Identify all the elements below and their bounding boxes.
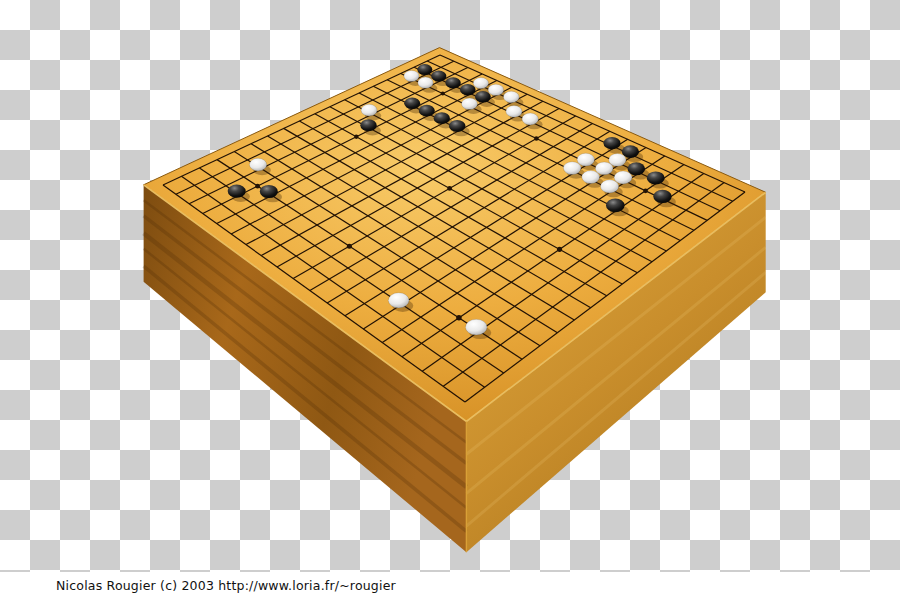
black-stone bbox=[653, 190, 671, 203]
black-stone bbox=[417, 64, 432, 75]
star-point bbox=[255, 184, 260, 189]
star-point bbox=[456, 315, 462, 321]
white-stone bbox=[577, 153, 594, 166]
black-stone bbox=[460, 84, 476, 95]
white-stone bbox=[404, 70, 419, 81]
black-stone bbox=[431, 71, 446, 82]
star-point bbox=[441, 92, 445, 96]
white-stone bbox=[601, 180, 619, 193]
copyright-caption: Nicolas Rougier (c) 2003 http://www.lori… bbox=[56, 572, 396, 600]
white-stone bbox=[361, 104, 377, 116]
black-stone bbox=[360, 119, 376, 131]
black-stone bbox=[260, 185, 278, 198]
white-stone bbox=[473, 78, 488, 89]
black-stone bbox=[434, 112, 450, 124]
goban-3d bbox=[0, 0, 900, 600]
white-stone bbox=[506, 106, 522, 118]
star-point bbox=[347, 244, 352, 249]
black-stone bbox=[606, 199, 625, 213]
black-stone bbox=[449, 120, 466, 132]
black-stone bbox=[404, 98, 420, 110]
star-point bbox=[534, 136, 538, 140]
white-stone bbox=[249, 158, 266, 171]
white-stone bbox=[503, 91, 519, 103]
star-point bbox=[447, 186, 452, 191]
star-point bbox=[557, 247, 562, 252]
white-stone bbox=[418, 77, 433, 88]
black-stone bbox=[647, 171, 665, 184]
black-stone bbox=[445, 77, 460, 88]
white-stone bbox=[522, 113, 538, 125]
white-stone bbox=[388, 293, 409, 308]
white-stone bbox=[582, 171, 600, 184]
black-stone bbox=[419, 105, 435, 117]
star-point bbox=[354, 135, 358, 139]
white-stone bbox=[488, 84, 504, 95]
black-stone bbox=[228, 185, 246, 198]
white-stone bbox=[595, 162, 613, 175]
black-stone bbox=[604, 137, 621, 149]
caption-strip: Nicolas Rougier (c) 2003 http://www.lori… bbox=[0, 572, 900, 600]
go-board-scene: Nicolas Rougier (c) 2003 http://www.lori… bbox=[0, 0, 900, 600]
star-point bbox=[643, 188, 648, 193]
white-stone bbox=[466, 319, 488, 335]
white-stone bbox=[462, 98, 478, 110]
black-stone bbox=[475, 91, 491, 103]
white-stone bbox=[563, 162, 581, 175]
